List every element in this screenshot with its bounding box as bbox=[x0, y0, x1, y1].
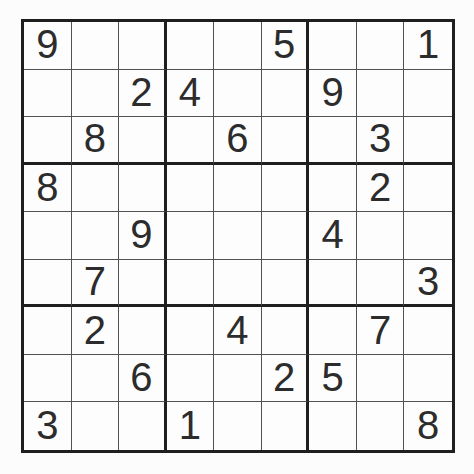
cell-r3c2[interactable]: 8 bbox=[72, 117, 120, 165]
cell-r7c7[interactable] bbox=[309, 307, 357, 355]
cell-r9c5[interactable] bbox=[214, 402, 262, 450]
cell-r9c2[interactable] bbox=[72, 402, 120, 450]
cell-r9c1[interactable]: 3 bbox=[24, 402, 72, 450]
cell-r9c4[interactable]: 1 bbox=[167, 402, 215, 450]
cell-r5c7[interactable]: 4 bbox=[309, 212, 357, 260]
cell-r1c6[interactable]: 5 bbox=[262, 22, 310, 70]
cell-r3c8[interactable]: 3 bbox=[357, 117, 405, 165]
cell-r7c4[interactable] bbox=[167, 307, 215, 355]
cell-r6c5[interactable] bbox=[214, 260, 262, 308]
cell-r2c4[interactable]: 4 bbox=[167, 70, 215, 118]
cell-r2c5[interactable] bbox=[214, 70, 262, 118]
cell-r4c7[interactable] bbox=[309, 165, 357, 213]
cell-r8c1[interactable] bbox=[24, 355, 72, 403]
cell-r8c2[interactable] bbox=[72, 355, 120, 403]
cell-r6c6[interactable] bbox=[262, 260, 310, 308]
cell-r2c2[interactable] bbox=[72, 70, 120, 118]
cell-r1c5[interactable] bbox=[214, 22, 262, 70]
cell-r6c8[interactable] bbox=[357, 260, 405, 308]
cell-r7c9[interactable] bbox=[404, 307, 452, 355]
cell-r3c9[interactable] bbox=[404, 117, 452, 165]
cell-r4c8[interactable]: 2 bbox=[357, 165, 405, 213]
cell-r1c8[interactable] bbox=[357, 22, 405, 70]
cell-r2c9[interactable] bbox=[404, 70, 452, 118]
cell-r5c1[interactable] bbox=[24, 212, 72, 260]
cell-r3c4[interactable] bbox=[167, 117, 215, 165]
sudoku-puzzle: 951249863829473247625318 bbox=[21, 19, 455, 453]
cell-r4c2[interactable] bbox=[72, 165, 120, 213]
cell-r8c8[interactable] bbox=[357, 355, 405, 403]
cell-r9c9[interactable]: 8 bbox=[404, 402, 452, 450]
cell-r3c1[interactable] bbox=[24, 117, 72, 165]
cell-r5c6[interactable] bbox=[262, 212, 310, 260]
cell-r4c6[interactable] bbox=[262, 165, 310, 213]
cell-r9c3[interactable] bbox=[119, 402, 167, 450]
cell-r7c3[interactable] bbox=[119, 307, 167, 355]
cell-r3c6[interactable] bbox=[262, 117, 310, 165]
cell-r2c6[interactable] bbox=[262, 70, 310, 118]
cell-r2c1[interactable] bbox=[24, 70, 72, 118]
cell-r5c9[interactable] bbox=[404, 212, 452, 260]
sudoku-board: 951249863829473247625318 bbox=[21, 19, 455, 453]
cell-r6c2[interactable]: 7 bbox=[72, 260, 120, 308]
cell-r4c5[interactable] bbox=[214, 165, 262, 213]
cell-r7c6[interactable] bbox=[262, 307, 310, 355]
cell-r6c7[interactable] bbox=[309, 260, 357, 308]
cell-r5c2[interactable] bbox=[72, 212, 120, 260]
cell-r7c5[interactable]: 4 bbox=[214, 307, 262, 355]
cell-r3c3[interactable] bbox=[119, 117, 167, 165]
cell-r2c3[interactable]: 2 bbox=[119, 70, 167, 118]
cell-r4c4[interactable] bbox=[167, 165, 215, 213]
cell-r1c2[interactable] bbox=[72, 22, 120, 70]
cell-r5c5[interactable] bbox=[214, 212, 262, 260]
cell-r2c7[interactable]: 9 bbox=[309, 70, 357, 118]
cell-r4c1[interactable]: 8 bbox=[24, 165, 72, 213]
cell-r2c8[interactable] bbox=[357, 70, 405, 118]
cell-r7c2[interactable]: 2 bbox=[72, 307, 120, 355]
cell-r4c3[interactable] bbox=[119, 165, 167, 213]
cell-r1c4[interactable] bbox=[167, 22, 215, 70]
cell-r9c8[interactable] bbox=[357, 402, 405, 450]
cell-r9c7[interactable] bbox=[309, 402, 357, 450]
cell-r8c9[interactable] bbox=[404, 355, 452, 403]
cell-r9c6[interactable] bbox=[262, 402, 310, 450]
cell-r4c9[interactable] bbox=[404, 165, 452, 213]
cell-r5c8[interactable] bbox=[357, 212, 405, 260]
cell-r3c7[interactable] bbox=[309, 117, 357, 165]
cell-r7c1[interactable] bbox=[24, 307, 72, 355]
cell-r1c7[interactable] bbox=[309, 22, 357, 70]
cell-r5c3[interactable]: 9 bbox=[119, 212, 167, 260]
cell-r8c6[interactable]: 2 bbox=[262, 355, 310, 403]
cell-r8c3[interactable]: 6 bbox=[119, 355, 167, 403]
cell-r6c9[interactable]: 3 bbox=[404, 260, 452, 308]
cell-r5c4[interactable] bbox=[167, 212, 215, 260]
cell-r1c1[interactable]: 9 bbox=[24, 22, 72, 70]
cell-r6c1[interactable] bbox=[24, 260, 72, 308]
cell-r7c8[interactable]: 7 bbox=[357, 307, 405, 355]
cell-r8c7[interactable]: 5 bbox=[309, 355, 357, 403]
cell-r8c4[interactable] bbox=[167, 355, 215, 403]
cell-r6c4[interactable] bbox=[167, 260, 215, 308]
cell-r3c5[interactable]: 6 bbox=[214, 117, 262, 165]
cell-r6c3[interactable] bbox=[119, 260, 167, 308]
cell-r8c5[interactable] bbox=[214, 355, 262, 403]
cell-r1c9[interactable]: 1 bbox=[404, 22, 452, 70]
cell-r1c3[interactable] bbox=[119, 22, 167, 70]
